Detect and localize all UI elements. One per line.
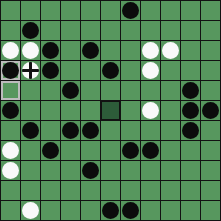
- board-cell[interactable]: [61, 41, 80, 60]
- board-cell[interactable]: [121, 101, 140, 120]
- board-cell[interactable]: [121, 141, 140, 160]
- board-cell[interactable]: [201, 181, 220, 200]
- board-cell[interactable]: [41, 121, 60, 140]
- board-cell[interactable]: [201, 61, 220, 80]
- black-stone: [42, 142, 59, 159]
- white-stone: [22, 42, 39, 59]
- black-stone: [182, 122, 199, 139]
- white-stone: [2, 42, 19, 59]
- board-cell[interactable]: [181, 61, 200, 80]
- board-cell[interactable]: [121, 121, 140, 140]
- white-stone: [2, 142, 19, 159]
- board-cell[interactable]: [41, 21, 60, 40]
- board-cell[interactable]: [21, 21, 40, 40]
- black-stone: [102, 62, 119, 79]
- black-stone: [2, 62, 19, 79]
- board-cell[interactable]: [1, 101, 20, 120]
- board-cell[interactable]: [181, 81, 200, 100]
- board-cell[interactable]: [181, 21, 200, 40]
- white-stone: [142, 42, 159, 59]
- black-stone: [142, 142, 159, 159]
- black-stone: [122, 2, 139, 19]
- board-cell[interactable]: [161, 141, 180, 160]
- board-cell[interactable]: [141, 61, 160, 80]
- board-cell[interactable]: [61, 181, 80, 200]
- black-stone: [122, 202, 139, 219]
- board-cell[interactable]: [181, 161, 200, 180]
- board-cell[interactable]: [161, 41, 180, 60]
- board-cell[interactable]: [21, 41, 40, 60]
- board-cell[interactable]: [1, 201, 20, 220]
- black-stone: [22, 122, 39, 139]
- board-cell[interactable]: [101, 21, 120, 40]
- black-stone: [42, 62, 59, 79]
- board-cell[interactable]: [161, 101, 180, 120]
- board-cell[interactable]: [201, 21, 220, 40]
- board-cell[interactable]: [141, 161, 160, 180]
- board-cell[interactable]: [181, 121, 200, 140]
- board-cell[interactable]: [101, 181, 120, 200]
- board-cell[interactable]: [201, 1, 220, 20]
- board-cell[interactable]: [161, 81, 180, 100]
- board-cell[interactable]: [61, 101, 80, 120]
- board-cell[interactable]: [141, 121, 160, 140]
- tafl-board: [0, 0, 221, 221]
- board-cell[interactable]: [161, 1, 180, 20]
- black-stone: [22, 22, 39, 39]
- board-cell[interactable]: [181, 201, 200, 220]
- board-cell[interactable]: [81, 1, 100, 20]
- board-cell[interactable]: [121, 1, 140, 20]
- board-cell[interactable]: [201, 201, 220, 220]
- black-stone: [62, 122, 79, 139]
- board-cell[interactable]: [121, 41, 140, 60]
- board-cell[interactable]: [121, 161, 140, 180]
- board-cell[interactable]: [61, 81, 80, 100]
- board-cell[interactable]: [81, 81, 100, 100]
- board-cell[interactable]: [41, 101, 60, 120]
- black-stone: [182, 102, 199, 119]
- board-cell[interactable]: [101, 161, 120, 180]
- board-cell[interactable]: [141, 141, 160, 160]
- board-cell[interactable]: [101, 121, 120, 140]
- last-move-from-cell[interactable]: [1, 81, 20, 100]
- board-cell[interactable]: [121, 61, 140, 80]
- white-stone: [2, 162, 19, 179]
- board-cell[interactable]: [41, 1, 60, 20]
- black-stone: [82, 162, 99, 179]
- board-cell[interactable]: [201, 141, 220, 160]
- board-cell[interactable]: [181, 181, 200, 200]
- board-cell[interactable]: [81, 61, 100, 80]
- board-cell[interactable]: [101, 141, 120, 160]
- board-cell[interactable]: [61, 21, 80, 40]
- board-cell[interactable]: [1, 41, 20, 60]
- board-cell[interactable]: [21, 81, 40, 100]
- black-stone: [102, 202, 119, 219]
- board-cell[interactable]: [101, 61, 120, 80]
- board-cell[interactable]: [61, 61, 80, 80]
- board-cell[interactable]: [1, 141, 20, 160]
- board-cell[interactable]: [61, 121, 80, 140]
- board-cell[interactable]: [81, 141, 100, 160]
- board-cell[interactable]: [21, 181, 40, 200]
- board-cell[interactable]: [41, 161, 60, 180]
- board-cell[interactable]: [141, 101, 160, 120]
- black-stone: [62, 82, 79, 99]
- board-cell[interactable]: [41, 181, 60, 200]
- board-cell[interactable]: [1, 21, 20, 40]
- black-stone: [42, 42, 59, 59]
- board-cell[interactable]: [81, 161, 100, 180]
- board-cell[interactable]: [1, 1, 20, 20]
- board-cell[interactable]: [101, 41, 120, 60]
- board-cell[interactable]: [201, 41, 220, 60]
- board-cell[interactable]: [181, 1, 200, 20]
- board-cell[interactable]: [161, 181, 180, 200]
- board-cell[interactable]: [121, 21, 140, 40]
- white-stone: [142, 102, 159, 119]
- board-cell[interactable]: [101, 201, 120, 220]
- board-cell[interactable]: [141, 21, 160, 40]
- board-cell[interactable]: [181, 101, 200, 120]
- board-cell[interactable]: [181, 141, 200, 160]
- board-cell[interactable]: [21, 121, 40, 140]
- board-cell[interactable]: [121, 81, 140, 100]
- board-cell[interactable]: [161, 201, 180, 220]
- board-cell[interactable]: [161, 21, 180, 40]
- board-cell[interactable]: [201, 121, 220, 140]
- white-stone: [22, 202, 39, 219]
- board-cell[interactable]: [21, 141, 40, 160]
- board-cell[interactable]: [161, 61, 180, 80]
- board-cell[interactable]: [61, 141, 80, 160]
- board-cell[interactable]: [141, 1, 160, 20]
- board-cell[interactable]: [201, 101, 220, 120]
- king-stone: [22, 62, 39, 79]
- white-stone: [162, 42, 179, 59]
- board-cell[interactable]: [41, 81, 60, 100]
- board-cell[interactable]: [1, 121, 20, 140]
- board-cell[interactable]: [81, 41, 100, 60]
- black-stone: [122, 142, 139, 159]
- board-cell[interactable]: [121, 181, 140, 200]
- board-cell[interactable]: [101, 1, 120, 20]
- board-cell[interactable]: [41, 61, 60, 80]
- board-cell[interactable]: [21, 61, 40, 80]
- board-cell[interactable]: [141, 41, 160, 60]
- board-cell[interactable]: [201, 81, 220, 100]
- board-cell[interactable]: [181, 41, 200, 60]
- last-move-to-cell[interactable]: [1, 61, 20, 80]
- board-cell[interactable]: [1, 181, 20, 200]
- board-cell[interactable]: [81, 121, 100, 140]
- board-cell[interactable]: [21, 1, 40, 20]
- board-cell[interactable]: [81, 201, 100, 220]
- board-cell[interactable]: [21, 201, 40, 220]
- board-cell[interactable]: [21, 161, 40, 180]
- black-stone: [82, 42, 99, 59]
- board-cell[interactable]: [161, 121, 180, 140]
- black-stone: [182, 82, 199, 99]
- board-cell[interactable]: [41, 141, 60, 160]
- board-cell[interactable]: [21, 101, 40, 120]
- throne-cell[interactable]: [101, 101, 120, 120]
- black-stone: [2, 102, 19, 119]
- board-cell[interactable]: [41, 201, 60, 220]
- board-cell[interactable]: [81, 21, 100, 40]
- board-cell[interactable]: [41, 41, 60, 60]
- board-cell[interactable]: [61, 201, 80, 220]
- board-cell[interactable]: [101, 81, 120, 100]
- board-cell[interactable]: [141, 201, 160, 220]
- board-cell[interactable]: [201, 161, 220, 180]
- board-cell[interactable]: [141, 81, 160, 100]
- board-cell[interactable]: [141, 181, 160, 200]
- black-stone: [202, 102, 219, 119]
- board-cell[interactable]: [121, 201, 140, 220]
- board-cell[interactable]: [161, 161, 180, 180]
- board-cell[interactable]: [81, 101, 100, 120]
- board-cell[interactable]: [81, 181, 100, 200]
- board-cell[interactable]: [61, 161, 80, 180]
- board-cell[interactable]: [61, 1, 80, 20]
- black-stone: [82, 122, 99, 139]
- board-cell[interactable]: [1, 161, 20, 180]
- white-stone: [142, 62, 159, 79]
